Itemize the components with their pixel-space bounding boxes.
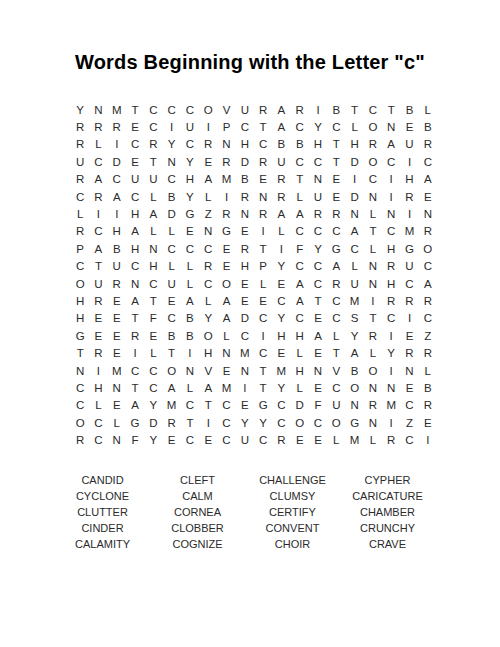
grid-cell[interactable]: Y [272,258,290,275]
grid-cell[interactable]: H [345,136,363,153]
grid-cell[interactable]: I [382,171,400,188]
grid-cell[interactable]: C [181,240,199,257]
grid-cell[interactable]: C [309,258,327,275]
grid-cell[interactable]: T [382,101,400,118]
grid-cell[interactable]: I [108,205,126,222]
grid-cell[interactable]: C [126,258,144,275]
grid-cell[interactable]: N [400,362,418,379]
grid-cell[interactable]: Z [419,327,437,344]
grid-cell[interactable]: B [419,118,437,135]
grid-cell[interactable]: R [272,171,290,188]
grid-cell[interactable]: L [144,344,162,361]
grid-cell[interactable]: C [236,118,254,135]
grid-cell[interactable]: C [382,153,400,170]
grid-cell[interactable]: L [89,136,107,153]
grid-cell[interactable]: C [71,397,89,414]
grid-cell[interactable]: L [144,223,162,240]
grid-cell[interactable]: C [272,292,290,309]
grid-cell[interactable]: Y [345,327,363,344]
grid-cell[interactable]: C [181,101,199,118]
grid-cell[interactable]: O [345,379,363,396]
grid-cell[interactable]: B [272,136,290,153]
grid-cell[interactable]: H [236,258,254,275]
grid-cell[interactable]: O [71,414,89,431]
grid-cell[interactable]: U [400,136,418,153]
grid-cell[interactable]: U [144,171,162,188]
grid-cell[interactable]: A [419,275,437,292]
grid-cell[interactable]: E [400,118,418,135]
grid-cell[interactable]: R [400,188,418,205]
grid-cell[interactable]: C [382,310,400,327]
grid-cell[interactable]: F [309,397,327,414]
grid-cell[interactable]: R [71,118,89,135]
grid-cell[interactable]: C [217,431,235,448]
grid-cell[interactable]: I [419,431,437,448]
grid-cell[interactable]: R [419,344,437,361]
grid-cell[interactable]: I [254,223,272,240]
grid-cell[interactable]: O [199,327,217,344]
grid-cell[interactable]: E [108,310,126,327]
grid-cell[interactable]: Y [309,240,327,257]
grid-cell[interactable]: L [364,240,382,257]
grid-cell[interactable]: T [309,292,327,309]
grid-cell[interactable]: I [181,344,199,361]
grid-cell[interactable]: E [309,379,327,396]
grid-cell[interactable]: C [309,223,327,240]
grid-cell[interactable]: U [108,258,126,275]
grid-cell[interactable]: A [144,205,162,222]
grid-cell[interactable]: C [254,344,272,361]
grid-cell[interactable]: G [327,240,345,257]
grid-cell[interactable]: R [382,292,400,309]
grid-cell[interactable]: H [400,171,418,188]
grid-cell[interactable]: E [126,153,144,170]
grid-cell[interactable]: C [89,223,107,240]
grid-cell[interactable]: A [181,292,199,309]
grid-cell[interactable]: A [272,101,290,118]
grid-cell[interactable]: I [199,414,217,431]
grid-cell[interactable]: R [89,118,107,135]
grid-cell[interactable]: H [199,344,217,361]
grid-cell[interactable]: C [144,379,162,396]
grid-cell[interactable]: L [181,258,199,275]
grid-cell[interactable]: H [272,327,290,344]
grid-cell[interactable]: F [291,240,309,257]
grid-cell[interactable]: A [291,205,309,222]
grid-cell[interactable]: R [272,431,290,448]
grid-cell[interactable]: T [291,171,309,188]
grid-cell[interactable]: C [345,240,363,257]
grid-cell[interactable]: F [144,310,162,327]
grid-cell[interactable]: Y [162,136,180,153]
grid-cell[interactable]: C [71,188,89,205]
grid-cell[interactable]: N [382,205,400,222]
grid-cell[interactable]: O [199,101,217,118]
grid-cell[interactable]: C [71,258,89,275]
grid-cell[interactable]: E [236,223,254,240]
grid-cell[interactable]: R [108,275,126,292]
grid-cell[interactable]: L [199,188,217,205]
grid-cell[interactable]: R [71,136,89,153]
grid-cell[interactable]: C [126,136,144,153]
grid-cell[interactable]: L [217,327,235,344]
grid-cell[interactable]: N [217,344,235,361]
grid-cell[interactable]: B [291,136,309,153]
grid-cell[interactable]: C [254,136,272,153]
grid-cell[interactable]: A [327,258,345,275]
grid-cell[interactable]: H [108,223,126,240]
grid-cell[interactable]: R [327,205,345,222]
grid-cell[interactable]: N [108,431,126,448]
grid-cell[interactable]: I [382,414,400,431]
grid-cell[interactable]: C [309,414,327,431]
grid-cell[interactable]: U [236,101,254,118]
grid-cell[interactable]: R [327,275,345,292]
grid-cell[interactable]: I [108,136,126,153]
grid-cell[interactable]: C [162,171,180,188]
grid-cell[interactable]: I [199,118,217,135]
grid-cell[interactable]: N [364,275,382,292]
grid-cell[interactable]: N [345,397,363,414]
grid-cell[interactable]: A [345,223,363,240]
grid-cell[interactable]: R [199,136,217,153]
grid-cell[interactable]: R [419,397,437,414]
grid-cell[interactable]: Y [272,310,290,327]
grid-cell[interactable]: H [71,310,89,327]
grid-cell[interactable]: A [199,379,217,396]
grid-cell[interactable]: E [236,292,254,309]
grid-cell[interactable]: D [236,310,254,327]
grid-cell[interactable]: E [217,362,235,379]
grid-cell[interactable]: C [272,414,290,431]
grid-cell[interactable]: L [345,258,363,275]
grid-cell[interactable]: C [309,275,327,292]
grid-cell[interactable]: E [327,171,345,188]
grid-cell[interactable]: A [272,205,290,222]
grid-cell[interactable]: C [89,414,107,431]
grid-cell[interactable]: E [272,275,290,292]
grid-cell[interactable]: R [126,327,144,344]
grid-cell[interactable]: T [254,379,272,396]
grid-cell[interactable]: H [181,171,199,188]
grid-cell[interactable]: E [89,327,107,344]
grid-cell[interactable]: C [162,240,180,257]
grid-cell[interactable]: E [291,431,309,448]
grid-cell[interactable]: B [108,240,126,257]
grid-cell[interactable]: G [217,223,235,240]
grid-cell[interactable]: Y [382,344,400,361]
grid-cell[interactable]: U [400,258,418,275]
grid-cell[interactable]: U [126,171,144,188]
grid-cell[interactable]: R [419,136,437,153]
grid-cell[interactable]: R [89,292,107,309]
grid-cell[interactable]: N [309,362,327,379]
grid-cell[interactable]: L [181,379,199,396]
grid-cell[interactable]: N [108,379,126,396]
grid-cell[interactable]: R [364,397,382,414]
grid-cell[interactable]: N [382,118,400,135]
grid-cell[interactable]: L [89,397,107,414]
grid-cell[interactable]: B [400,101,418,118]
grid-cell[interactable]: I [345,171,363,188]
grid-cell[interactable]: C [181,431,199,448]
grid-cell[interactable]: A [291,292,309,309]
grid-cell[interactable]: C [71,379,89,396]
grid-cell[interactable]: R [217,153,235,170]
grid-cell[interactable]: I [89,205,107,222]
grid-cell[interactable]: E [236,275,254,292]
grid-cell[interactable]: C [400,275,418,292]
grid-cell[interactable]: C [89,153,107,170]
grid-cell[interactable]: R [272,188,290,205]
grid-cell[interactable]: U [162,275,180,292]
grid-cell[interactable]: T [144,292,162,309]
grid-cell[interactable]: C [291,310,309,327]
grid-cell[interactable]: L [327,431,345,448]
grid-cell[interactable]: H [309,136,327,153]
grid-cell[interactable]: I [400,205,418,222]
grid-cell[interactable]: T [254,118,272,135]
grid-cell[interactable]: R [254,205,272,222]
grid-cell[interactable]: C [89,431,107,448]
grid-cell[interactable]: V [217,101,235,118]
grid-cell[interactable]: C [400,431,418,448]
grid-cell[interactable]: R [364,327,382,344]
grid-cell[interactable]: R [217,205,235,222]
grid-cell[interactable]: R [108,118,126,135]
grid-cell[interactable]: B [419,379,437,396]
grid-cell[interactable]: U [236,431,254,448]
grid-cell[interactable]: L [199,292,217,309]
grid-cell[interactable]: C [217,414,235,431]
grid-cell[interactable]: H [71,292,89,309]
grid-cell[interactable]: U [71,153,89,170]
grid-cell[interactable]: L [291,344,309,361]
grid-cell[interactable]: A [419,171,437,188]
grid-cell[interactable]: Y [71,101,89,118]
grid-cell[interactable]: L [71,205,89,222]
grid-cell[interactable]: C [126,188,144,205]
grid-cell[interactable]: R [144,136,162,153]
grid-cell[interactable]: I [364,292,382,309]
grid-cell[interactable]: L [144,188,162,205]
grid-cell[interactable]: I [272,240,290,257]
grid-cell[interactable]: P [217,118,235,135]
grid-cell[interactable]: E [309,344,327,361]
grid-cell[interactable]: H [144,258,162,275]
grid-cell[interactable]: R [71,223,89,240]
grid-cell[interactable]: U [89,275,107,292]
grid-cell[interactable]: O [71,275,89,292]
grid-cell[interactable]: I [382,327,400,344]
grid-cell[interactable]: I [382,362,400,379]
grid-cell[interactable]: N [162,153,180,170]
grid-cell[interactable]: N [236,362,254,379]
grid-cell[interactable]: A [162,379,180,396]
grid-cell[interactable]: N [126,275,144,292]
grid-cell[interactable]: N [364,414,382,431]
grid-cell[interactable]: H [382,275,400,292]
grid-cell[interactable]: R [89,344,107,361]
grid-cell[interactable]: E [419,414,437,431]
grid-cell[interactable]: M [382,397,400,414]
grid-cell[interactable]: A [126,292,144,309]
grid-cell[interactable]: C [144,101,162,118]
grid-cell[interactable]: D [291,397,309,414]
grid-cell[interactable]: H [291,327,309,344]
grid-cell[interactable]: E [108,327,126,344]
grid-cell[interactable]: L [291,188,309,205]
grid-cell[interactable]: I [400,310,418,327]
grid-cell[interactable]: R [382,258,400,275]
grid-cell[interactable]: N [181,362,199,379]
grid-cell[interactable]: M [236,344,254,361]
grid-cell[interactable]: R [419,223,437,240]
grid-cell[interactable]: Y [199,310,217,327]
grid-cell[interactable]: C [291,258,309,275]
grid-cell[interactable]: H [126,240,144,257]
grid-cell[interactable]: I [309,101,327,118]
grid-cell[interactable]: E [89,310,107,327]
grid-cell[interactable]: H [126,205,144,222]
grid-cell[interactable]: L [254,275,272,292]
grid-cell[interactable]: L [162,223,180,240]
grid-cell[interactable]: I [382,188,400,205]
grid-cell[interactable]: Y [181,188,199,205]
grid-cell[interactable]: D [162,205,180,222]
grid-cell[interactable]: G [400,240,418,257]
grid-cell[interactable]: I [400,153,418,170]
grid-cell[interactable]: T [181,414,199,431]
grid-cell[interactable]: L [108,414,126,431]
grid-cell[interactable]: N [236,205,254,222]
grid-cell[interactable]: S [345,310,363,327]
grid-cell[interactable]: T [162,344,180,361]
grid-cell[interactable]: C [181,136,199,153]
grid-cell[interactable]: B [236,171,254,188]
grid-cell[interactable]: Y [309,118,327,135]
grid-cell[interactable]: Y [181,153,199,170]
grid-cell[interactable]: E [108,397,126,414]
grid-cell[interactable]: A [89,240,107,257]
grid-cell[interactable]: Y [272,379,290,396]
grid-cell[interactable]: G [181,205,199,222]
grid-cell[interactable]: L [364,205,382,222]
grid-cell[interactable]: M [345,431,363,448]
grid-cell[interactable]: C [236,327,254,344]
grid-cell[interactable]: C [291,223,309,240]
grid-cell[interactable]: C [327,292,345,309]
grid-cell[interactable]: E [217,240,235,257]
grid-cell[interactable]: N [71,362,89,379]
grid-cell[interactable]: A [272,118,290,135]
grid-cell[interactable]: E [144,327,162,344]
grid-cell[interactable]: F [126,431,144,448]
grid-cell[interactable]: I [254,327,272,344]
grid-cell[interactable]: C [162,101,180,118]
grid-cell[interactable]: C [327,118,345,135]
grid-cell[interactable]: D [236,153,254,170]
grid-cell[interactable]: T [144,153,162,170]
grid-cell[interactable]: T [254,362,272,379]
grid-cell[interactable]: E [199,153,217,170]
grid-cell[interactable]: N [364,379,382,396]
grid-cell[interactable]: C [327,379,345,396]
grid-cell[interactable]: E [181,223,199,240]
grid-cell[interactable]: C [419,310,437,327]
grid-cell[interactable]: C [144,362,162,379]
grid-cell[interactable]: T [71,344,89,361]
grid-cell[interactable]: B [327,101,345,118]
grid-cell[interactable]: A [345,344,363,361]
grid-cell[interactable]: R [364,136,382,153]
grid-cell[interactable]: N [382,379,400,396]
grid-cell[interactable]: E [272,344,290,361]
grid-cell[interactable]: N [364,258,382,275]
grid-cell[interactable]: E [162,431,180,448]
grid-cell[interactable]: R [71,171,89,188]
grid-cell[interactable]: T [254,240,272,257]
grid-cell[interactable]: L [364,431,382,448]
grid-cell[interactable]: O [364,362,382,379]
grid-cell[interactable]: B [162,188,180,205]
grid-cell[interactable]: C [108,171,126,188]
grid-cell[interactable]: C [364,101,382,118]
grid-cell[interactable]: T [327,153,345,170]
grid-cell[interactable]: R [291,101,309,118]
grid-cell[interactable]: M [108,101,126,118]
grid-cell[interactable]: T [89,258,107,275]
grid-cell[interactable]: M [108,362,126,379]
grid-cell[interactable]: D [108,153,126,170]
grid-cell[interactable]: D [345,188,363,205]
grid-cell[interactable]: A [309,327,327,344]
grid-cell[interactable]: C [419,153,437,170]
grid-cell[interactable]: E [400,327,418,344]
grid-cell[interactable]: T [126,101,144,118]
grid-cell[interactable]: C [382,223,400,240]
grid-cell[interactable]: D [144,414,162,431]
grid-cell[interactable]: H [291,362,309,379]
grid-cell[interactable]: R [382,431,400,448]
grid-cell[interactable]: L [364,344,382,361]
grid-cell[interactable]: O [364,153,382,170]
grid-cell[interactable]: Z [400,414,418,431]
grid-cell[interactable]: B [181,327,199,344]
grid-cell[interactable]: B [181,310,199,327]
grid-cell[interactable]: C [144,118,162,135]
grid-cell[interactable]: N [309,171,327,188]
grid-cell[interactable]: L [272,223,290,240]
grid-cell[interactable]: B [345,362,363,379]
grid-cell[interactable]: N [144,240,162,257]
grid-cell[interactable]: U [345,275,363,292]
grid-cell[interactable]: L [419,101,437,118]
grid-cell[interactable]: R [309,205,327,222]
grid-cell[interactable]: G [126,414,144,431]
grid-cell[interactable]: U [272,153,290,170]
grid-cell[interactable]: A [382,136,400,153]
grid-cell[interactable]: I [236,379,254,396]
grid-cell[interactable]: E [309,431,327,448]
grid-cell[interactable]: A [217,292,235,309]
grid-cell[interactable]: C [364,171,382,188]
grid-cell[interactable]: E [108,344,126,361]
grid-cell[interactable]: O [419,240,437,257]
grid-cell[interactable]: R [400,344,418,361]
grid-cell[interactable]: I [89,362,107,379]
grid-cell[interactable]: C [217,397,235,414]
